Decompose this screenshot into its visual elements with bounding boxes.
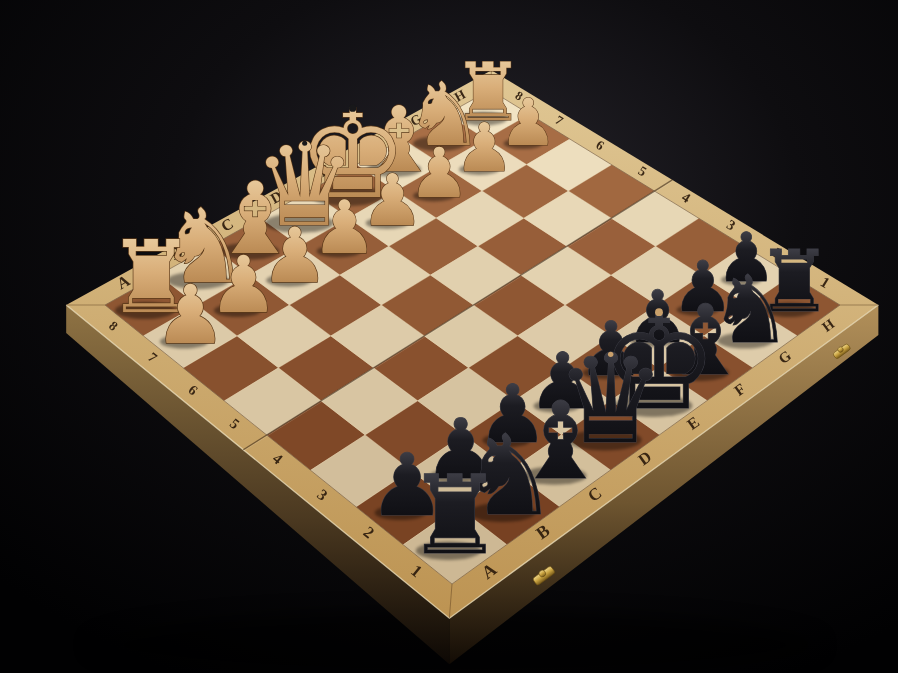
chess-set-photo: AABBCCDDEEFFGGHH1122334455667788 ♜♞♟♝♟♚♟… [0,0,898,673]
piece-white-pawn-a7[interactable]: ♟ [154,268,227,362]
black-queen-finial [608,352,613,357]
piece-glyph: ♟ [154,268,227,362]
piece-black-rook-a1[interactable]: ♜ [406,452,503,579]
scene: AABBCCDDEEFFGGHH1122334455667788 ♜♞♟♝♟♚♟… [0,0,898,673]
board-svg: AABBCCDDEEFFGGHH1122334455667788 ♜♞♟♝♟♚♟… [0,0,898,673]
black-king-finial [655,308,663,316]
white-queen-finial [302,141,307,146]
white-king-finial [349,105,356,112]
piece-glyph: ♜ [406,452,503,579]
